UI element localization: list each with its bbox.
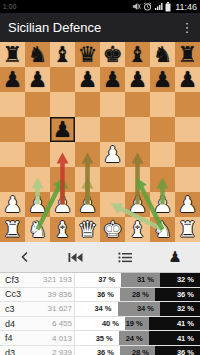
black-win-pct: 41 % [149,317,200,331]
black-knight-g8: ♞ [150,42,175,67]
square-a2[interactable]: ♟ [0,192,25,217]
move-row-Cf3[interactable]: Cf3321 19337 %31 %32 % [0,273,200,288]
square-f3[interactable] [125,167,150,192]
square-a4[interactable] [0,142,25,167]
games-count: 2 939 [34,346,72,355]
white-rook-h1: ♜ [175,217,200,242]
white-win-pct: 40 % [75,317,125,331]
black-win-pct: 36 % [155,288,200,302]
white-pawn-e4: ♟ [100,142,125,167]
white-pawn-h2: ♟ [175,192,200,217]
square-d3[interactable] [75,167,100,192]
notification-text: 1:00 [3,3,16,10]
black-rook-h8: ♜ [175,42,200,67]
overflow-menu-icon[interactable]: ⋮ [180,23,194,33]
black-pawn-d7: ♟ [75,67,100,92]
back-button[interactable] [0,242,50,272]
white-queen-d1: ♛ [75,217,100,242]
black-pawn-a7: ♟ [0,67,25,92]
square-e3[interactable] [100,167,125,192]
white-knight-g1: ♞ [150,217,175,242]
back-icon [19,251,31,263]
square-a1[interactable]: ♜ [0,217,25,242]
app-screen: 1:00 11:46 Sicilian Defence ⋮ ♜♞♝♛♚♝♞♜♟♟… [0,0,200,355]
square-d1[interactable]: ♛ [75,217,100,242]
black-pawn-h7: ♟ [175,67,200,92]
square-d2[interactable]: ♟ [75,192,100,217]
app-bar: Sicilian Defence ⋮ [0,13,200,42]
result-bar: 36 %28 %36 % [74,288,200,302]
square-b5[interactable] [25,117,50,142]
white-pawn-g2: ♟ [150,192,175,217]
white-pawn-f2: ♟ [125,192,150,217]
move-label: d4 [0,317,34,331]
square-b3[interactable] [25,167,50,192]
move-label: Cc3 [0,288,34,302]
square-h2[interactable]: ♟ [175,192,200,217]
black-pawn-f7: ♟ [125,67,150,92]
move-label: f4 [0,331,34,345]
square-a7[interactable]: ♟ [0,67,25,92]
square-b1[interactable]: ♞ [25,217,50,242]
games-count: 39 836 [34,288,72,302]
games-count: 6 455 [34,317,72,331]
mute-icon [132,2,141,11]
move-label: Cf3 [0,273,34,287]
square-c8[interactable]: ♝ [50,42,75,67]
move-label: c3 [0,302,34,316]
opening-moves-table: Cf3321 19337 %31 %32 %Cc339 83636 %28 %3… [0,273,200,355]
draw-pct: 28 % [120,288,155,302]
white-win-pct: 34 % [75,302,118,316]
result-bar: 35 %24 %41 % [74,331,200,345]
alarm-icon [143,2,152,11]
square-b2[interactable]: ♟ [25,192,50,217]
result-bar: 36 %28 %36 % [74,346,200,355]
move-label: d3 [0,346,34,355]
black-pawn-c5: ♟ [50,117,75,142]
square-a8[interactable]: ♜ [0,42,25,67]
square-c7[interactable] [50,67,75,92]
games-count: 321 193 [34,273,72,287]
square-a5[interactable] [0,117,25,142]
square-b6[interactable] [25,92,50,117]
square-f6[interactable] [125,92,150,117]
white-pawn-c2: ♟ [50,192,75,217]
square-g8[interactable]: ♞ [150,42,175,67]
white-win-pct: 35 % [75,331,119,345]
square-e8[interactable]: ♚ [100,42,125,67]
black-king-e8: ♚ [100,42,125,67]
square-h4[interactable] [175,142,200,167]
square-h6[interactable] [175,92,200,117]
square-c1[interactable]: ♝ [50,217,75,242]
square-g5[interactable] [150,117,175,142]
square-a3[interactable] [0,167,25,192]
white-pawn-d2: ♟ [75,192,100,217]
square-d6[interactable] [75,92,100,117]
square-c4[interactable] [50,142,75,167]
black-bishop-f8: ♝ [125,42,150,67]
square-e4[interactable]: ♟ [100,142,125,167]
square-f8[interactable]: ♝ [125,42,150,67]
draw-pct: 19 % [125,317,149,331]
square-h5[interactable] [175,117,200,142]
skip-to-start-button[interactable] [50,242,100,272]
clock-time: 11:46 [175,2,197,12]
square-a6[interactable] [0,92,25,117]
square-f5[interactable] [125,117,150,142]
square-c2[interactable]: ♟ [50,192,75,217]
square-f2[interactable]: ♟ [125,192,150,217]
battery-icon [165,2,171,12]
white-knight-b1: ♞ [25,217,50,242]
white-pawn-b2: ♟ [25,192,50,217]
square-h3[interactable] [175,167,200,192]
square-f4[interactable] [125,142,150,167]
square-b8[interactable]: ♞ [25,42,50,67]
square-h8[interactable]: ♜ [175,42,200,67]
square-f7[interactable]: ♟ [125,67,150,92]
draw-pct: 31 % [121,273,160,287]
draw-pct: 24 % [119,331,149,345]
skip-to-start-icon [68,252,83,263]
page-title: Sicilian Defence [8,20,101,35]
draw-pct: 28 % [120,346,155,355]
square-g1[interactable]: ♞ [150,217,175,242]
white-win-pct: 36 % [75,288,120,302]
square-g7[interactable]: ♟ [150,67,175,92]
result-bar: 40 %19 %41 % [74,317,200,331]
black-win-pct: 32 % [160,302,200,316]
square-b4[interactable] [25,142,50,167]
pawn-icon: ♟ [168,250,181,265]
square-d5[interactable] [75,117,100,142]
square-h1[interactable]: ♜ [175,217,200,242]
white-win-pct: 36 % [75,346,120,355]
square-c6[interactable] [50,92,75,117]
square-g2[interactable]: ♟ [150,192,175,217]
black-rook-a8: ♜ [0,42,25,67]
square-b7[interactable]: ♟ [25,67,50,92]
black-queen-d8: ♛ [75,42,100,67]
square-e5[interactable] [100,117,125,142]
square-c5[interactable]: ♟ [50,117,75,142]
move-row-d4[interactable]: d46 45540 %19 %41 % [0,317,200,332]
result-bar: 37 %31 %32 % [74,273,200,287]
black-pawn-b7: ♟ [25,67,50,92]
black-bishop-c8: ♝ [50,42,75,67]
square-g3[interactable] [150,167,175,192]
moves-list-icon [118,252,132,263]
square-g4[interactable] [150,142,175,167]
square-e7[interactable]: ♟ [100,67,125,92]
games-count: 31 627 [34,302,72,316]
square-h7[interactable]: ♟ [175,67,200,92]
white-king-e1: ♚ [100,217,125,242]
result-bar: 34 %34 %32 % [74,302,200,316]
square-d7[interactable]: ♟ [75,67,100,92]
square-f1[interactable]: ♝ [125,217,150,242]
white-win-pct: 37 % [75,273,121,287]
moves-list-button[interactable] [100,242,150,272]
navigation-toolbar: ♟ [0,242,200,273]
white-bishop-c1: ♝ [50,217,75,242]
square-d8[interactable]: ♛ [75,42,100,67]
square-g6[interactable] [150,92,175,117]
signal-icon [154,2,163,11]
white-rook-a1: ♜ [0,217,25,242]
move-row-d3[interactable]: d32 93936 %28 %36 % [0,346,200,355]
black-pawn-g7: ♟ [150,67,175,92]
black-win-pct: 41 % [149,331,200,345]
square-e6[interactable] [100,92,125,117]
move-row-f4[interactable]: f44 01335 %24 %41 % [0,331,200,346]
black-win-pct: 32 % [160,273,200,287]
move-row-c3[interactable]: c331 62734 %34 %32 % [0,302,200,317]
black-win-pct: 36 % [155,346,200,355]
move-row-Cc3[interactable]: Cc339 83636 %28 %36 % [0,288,200,303]
status-bar: 1:00 11:46 [0,0,200,13]
white-pawn-a2: ♟ [0,192,25,217]
square-e1[interactable]: ♚ [100,217,125,242]
black-pawn-e7: ♟ [100,67,125,92]
square-e2[interactable] [100,192,125,217]
chess-board[interactable]: ♜♞♝♛♚♝♞♜♟♟♟♟♟♟♟♟♟♟♟♟♟♟♟♟♜♞♝♛♚♝♞♜ [0,42,200,242]
side-to-move-button[interactable]: ♟ [150,242,200,272]
draw-pct: 34 % [118,302,161,316]
black-knight-b8: ♞ [25,42,50,67]
square-c3[interactable] [50,167,75,192]
white-bishop-f1: ♝ [125,217,150,242]
square-d4[interactable] [75,142,100,167]
games-count: 4 013 [34,331,72,345]
